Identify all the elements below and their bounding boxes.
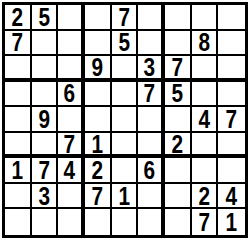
cell-digit: 2 xyxy=(198,184,210,209)
cell-r8c5[interactable]: 1 xyxy=(112,184,139,210)
cell-r4c7[interactable]: 5 xyxy=(165,82,192,108)
cell-digit: 4 xyxy=(226,184,238,209)
cell-r3c7[interactable]: 7 xyxy=(165,56,192,82)
sudoku-board: 257758937675947712174263712471 xyxy=(2,2,248,238)
cell-r1c9[interactable] xyxy=(218,5,245,31)
cell-r9c9[interactable]: 1 xyxy=(218,209,245,235)
cell-r3c3[interactable] xyxy=(58,56,85,82)
cell-r7c4[interactable]: 2 xyxy=(85,158,112,184)
cell-r1c8[interactable] xyxy=(192,5,219,31)
cell-r5c7[interactable] xyxy=(165,107,192,133)
cell-r6c3[interactable]: 7 xyxy=(58,133,85,159)
cell-digit: 1 xyxy=(12,158,24,183)
cell-digit: 7 xyxy=(198,209,210,235)
cell-r4c1[interactable] xyxy=(5,82,32,108)
cell-r6c1[interactable] xyxy=(5,133,32,159)
cell-r6c2[interactable] xyxy=(32,133,59,159)
cell-r9c6[interactable] xyxy=(138,209,165,235)
cell-r1c2[interactable]: 5 xyxy=(32,5,59,31)
cell-r2c3[interactable] xyxy=(58,31,85,57)
cell-r3c2[interactable] xyxy=(32,56,59,82)
cell-r3c1[interactable] xyxy=(5,56,32,82)
cell-r2c6[interactable] xyxy=(138,31,165,57)
cell-r1c5[interactable]: 7 xyxy=(112,5,139,31)
cell-r2c2[interactable] xyxy=(32,31,59,57)
cell-r3c4[interactable]: 9 xyxy=(85,56,112,82)
cell-digit: 7 xyxy=(144,82,156,107)
cell-r4c9[interactable] xyxy=(218,82,245,108)
cell-r7c3[interactable]: 4 xyxy=(58,158,85,184)
cell-digit: 3 xyxy=(144,56,156,80)
cell-digit: 7 xyxy=(92,184,104,209)
cell-digit: 8 xyxy=(198,31,210,56)
cell-r3c5[interactable] xyxy=(112,56,139,82)
cell-r1c3[interactable] xyxy=(58,5,85,31)
cell-digit: 4 xyxy=(64,158,76,183)
cell-r7c9[interactable] xyxy=(218,158,245,184)
cell-digit: 7 xyxy=(64,133,76,157)
cell-digit: 5 xyxy=(38,5,50,30)
cell-r4c3[interactable]: 6 xyxy=(58,82,85,108)
cell-r6c7[interactable]: 2 xyxy=(165,133,192,159)
cell-r3c9[interactable] xyxy=(218,56,245,82)
cell-r2c5[interactable]: 5 xyxy=(112,31,139,57)
cell-digit: 7 xyxy=(172,56,184,80)
cell-digit: 1 xyxy=(92,133,104,157)
cell-r4c5[interactable] xyxy=(112,82,139,108)
cell-digit: 2 xyxy=(172,133,184,157)
cell-r5c5[interactable] xyxy=(112,107,139,133)
cell-r8c7[interactable] xyxy=(165,184,192,210)
cell-r8c8[interactable]: 2 xyxy=(192,184,219,210)
cell-r9c7[interactable] xyxy=(165,209,192,235)
cell-r8c9[interactable]: 4 xyxy=(218,184,245,210)
cell-r7c2[interactable]: 7 xyxy=(32,158,59,184)
cell-r9c5[interactable] xyxy=(112,209,139,235)
cell-r7c5[interactable] xyxy=(112,158,139,184)
cell-r6c5[interactable] xyxy=(112,133,139,159)
cell-r2c9[interactable] xyxy=(218,31,245,57)
cell-digit: 9 xyxy=(92,56,104,80)
cell-digit: 2 xyxy=(12,5,24,30)
cell-digit: 6 xyxy=(64,82,76,107)
cell-r4c2[interactable] xyxy=(32,82,59,108)
cell-r1c7[interactable] xyxy=(165,5,192,31)
cell-r5c1[interactable] xyxy=(5,107,32,133)
cell-r9c3[interactable] xyxy=(58,209,85,235)
cell-r7c6[interactable]: 6 xyxy=(138,158,165,184)
cell-digit: 1 xyxy=(226,209,238,235)
cell-r1c1[interactable]: 2 xyxy=(5,5,32,31)
cell-r6c4[interactable]: 1 xyxy=(85,133,112,159)
cell-r9c2[interactable] xyxy=(32,209,59,235)
cell-digit: 2 xyxy=(92,158,104,183)
cell-r4c8[interactable] xyxy=(192,82,219,108)
cell-r6c9[interactable] xyxy=(218,133,245,159)
cell-r5c8[interactable]: 4 xyxy=(192,107,219,133)
cell-r9c8[interactable]: 7 xyxy=(192,209,219,235)
cell-r2c1[interactable]: 7 xyxy=(5,31,32,57)
cell-r7c7[interactable] xyxy=(165,158,192,184)
cell-r2c8[interactable]: 8 xyxy=(192,31,219,57)
cell-digit: 3 xyxy=(38,184,50,209)
cell-r8c6[interactable] xyxy=(138,184,165,210)
cell-r2c4[interactable] xyxy=(85,31,112,57)
cell-r2c7[interactable] xyxy=(165,31,192,57)
cell-r8c4[interactable]: 7 xyxy=(85,184,112,210)
cell-digit: 1 xyxy=(118,184,130,209)
cell-digit: 7 xyxy=(38,158,50,183)
cell-r4c4[interactable] xyxy=(85,82,112,108)
cell-r5c4[interactable] xyxy=(85,107,112,133)
cell-r4c6[interactable]: 7 xyxy=(138,82,165,108)
cell-digit: 7 xyxy=(12,31,24,56)
cell-digit: 9 xyxy=(38,107,50,132)
cell-digit: 6 xyxy=(144,158,156,183)
cell-r5c6[interactable] xyxy=(138,107,165,133)
cell-digit: 7 xyxy=(118,5,130,30)
cell-digit: 5 xyxy=(118,31,130,56)
cell-r9c1[interactable] xyxy=(5,209,32,235)
cell-r7c8[interactable] xyxy=(192,158,219,184)
cell-r3c6[interactable]: 3 xyxy=(138,56,165,82)
cell-r1c4[interactable] xyxy=(85,5,112,31)
cell-r5c2[interactable]: 9 xyxy=(32,107,59,133)
cell-r6c6[interactable] xyxy=(138,133,165,159)
cell-r3c8[interactable] xyxy=(192,56,219,82)
cell-r5c9[interactable]: 7 xyxy=(218,107,245,133)
cell-r8c2[interactable]: 3 xyxy=(32,184,59,210)
cell-r7c1[interactable]: 1 xyxy=(5,158,32,184)
cell-r8c3[interactable] xyxy=(58,184,85,210)
cell-r9c4[interactable] xyxy=(85,209,112,235)
cell-digit: 5 xyxy=(172,82,184,107)
cell-r1c6[interactable] xyxy=(138,5,165,31)
cell-r6c8[interactable] xyxy=(192,133,219,159)
cell-digit: 7 xyxy=(226,107,238,132)
cell-digit: 4 xyxy=(198,107,210,132)
cell-r5c3[interactable] xyxy=(58,107,85,133)
cell-r8c1[interactable] xyxy=(5,184,32,210)
